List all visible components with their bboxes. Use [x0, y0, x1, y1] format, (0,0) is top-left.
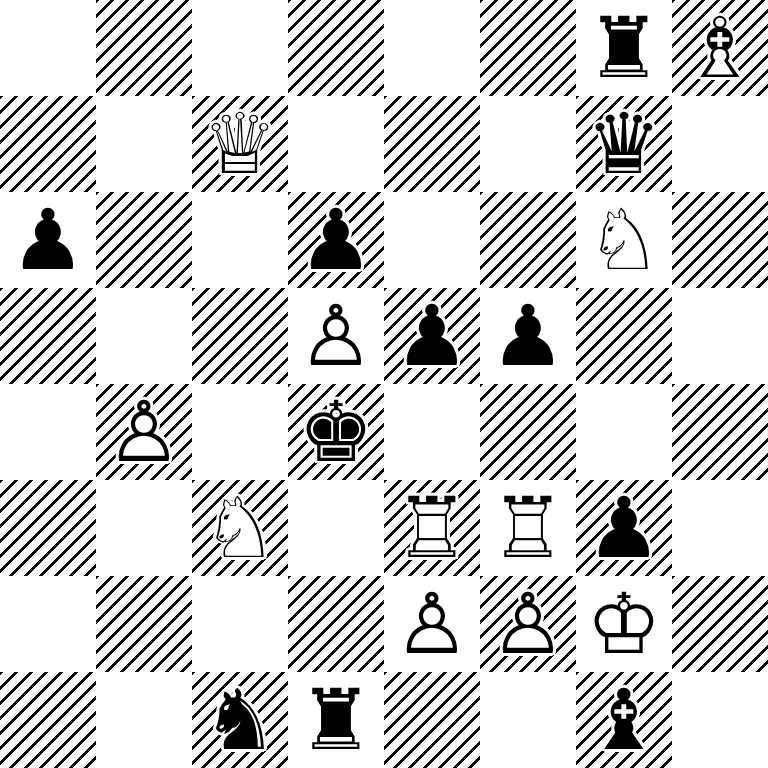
piece-white-pawn-b4[interactable]: ♙ [96, 384, 192, 480]
piece-white-knight-c3[interactable]: ♘ [192, 480, 288, 576]
square-f8[interactable] [480, 0, 576, 96]
piece-white-knight-g6[interactable]: ♘ [576, 192, 672, 288]
square-c5[interactable] [192, 288, 288, 384]
square-h1[interactable] [672, 672, 768, 768]
piece-black-king-d4[interactable]: ♚ [288, 384, 384, 480]
square-d5[interactable]: ♟♙ [288, 288, 384, 384]
square-g4[interactable] [576, 384, 672, 480]
square-b8[interactable] [96, 0, 192, 96]
square-e6[interactable] [384, 192, 480, 288]
piece-black-pawn-d6[interactable]: ♟ [288, 192, 384, 288]
square-c6[interactable] [192, 192, 288, 288]
square-b1[interactable] [96, 672, 192, 768]
square-h3[interactable] [672, 480, 768, 576]
square-g8[interactable]: ♜♜ [576, 0, 672, 96]
square-b5[interactable] [96, 288, 192, 384]
piece-black-pawn-f5[interactable]: ♟ [480, 288, 576, 384]
square-d2[interactable] [288, 576, 384, 672]
square-a5[interactable] [0, 288, 96, 384]
square-f1[interactable] [480, 672, 576, 768]
piece-black-pawn-a6[interactable]: ♟ [0, 192, 96, 288]
square-e3[interactable]: ♜♖ [384, 480, 480, 576]
piece-white-bishop-h8[interactable]: ♗ [672, 0, 768, 96]
square-f3[interactable]: ♜♖ [480, 480, 576, 576]
square-e8[interactable] [384, 0, 480, 96]
piece-white-king-g2[interactable]: ♔ [576, 576, 672, 672]
square-e7[interactable] [384, 96, 480, 192]
square-e4[interactable] [384, 384, 480, 480]
square-d7[interactable] [288, 96, 384, 192]
square-g1[interactable]: ♝♝ [576, 672, 672, 768]
square-g5[interactable] [576, 288, 672, 384]
square-d6[interactable]: ♟♟ [288, 192, 384, 288]
square-f4[interactable] [480, 384, 576, 480]
square-h6[interactable] [672, 192, 768, 288]
square-c3[interactable]: ♞♘ [192, 480, 288, 576]
square-a3[interactable] [0, 480, 96, 576]
square-f7[interactable] [480, 96, 576, 192]
piece-white-rook-e3[interactable]: ♖ [384, 480, 480, 576]
square-e5[interactable]: ♟♟ [384, 288, 480, 384]
piece-white-rook-f3[interactable]: ♖ [480, 480, 576, 576]
square-g7[interactable]: ♛♛ [576, 96, 672, 192]
square-f2[interactable]: ♟♙ [480, 576, 576, 672]
square-b7[interactable] [96, 96, 192, 192]
square-a8[interactable] [0, 0, 96, 96]
square-c7[interactable]: ♛♕ [192, 96, 288, 192]
chess-board: ♜♜♝♗♛♕♛♛♟♟♟♟♞♘♟♙♟♟♟♟♟♙♚♚♞♘♜♖♜♖♟♟♟♙♟♙♚♔♞♞… [0, 0, 768, 768]
piece-black-pawn-e5[interactable]: ♟ [384, 288, 480, 384]
square-b2[interactable] [96, 576, 192, 672]
square-d3[interactable] [288, 480, 384, 576]
square-h5[interactable] [672, 288, 768, 384]
piece-black-bishop-g1[interactable]: ♝ [576, 672, 672, 768]
square-b4[interactable]: ♟♙ [96, 384, 192, 480]
piece-white-pawn-d5[interactable]: ♙ [288, 288, 384, 384]
square-c1[interactable]: ♞♞ [192, 672, 288, 768]
piece-white-queen-c7[interactable]: ♕ [192, 96, 288, 192]
square-a4[interactable] [0, 384, 96, 480]
square-a2[interactable] [0, 576, 96, 672]
square-g2[interactable]: ♚♔ [576, 576, 672, 672]
chess-diagram: ♜♜♝♗♛♕♛♛♟♟♟♟♞♘♟♙♟♟♟♟♟♙♚♚♞♘♜♖♜♖♟♟♟♙♟♙♚♔♞♞… [0, 0, 768, 768]
piece-white-pawn-e2[interactable]: ♙ [384, 576, 480, 672]
square-a7[interactable] [0, 96, 96, 192]
square-a1[interactable] [0, 672, 96, 768]
square-d1[interactable]: ♜♜ [288, 672, 384, 768]
square-h7[interactable] [672, 96, 768, 192]
piece-black-pawn-g3[interactable]: ♟ [576, 480, 672, 576]
square-d8[interactable] [288, 0, 384, 96]
square-d4[interactable]: ♚♚ [288, 384, 384, 480]
square-c8[interactable] [192, 0, 288, 96]
piece-black-queen-g7[interactable]: ♛ [576, 96, 672, 192]
square-c2[interactable] [192, 576, 288, 672]
square-b3[interactable] [96, 480, 192, 576]
square-h4[interactable] [672, 384, 768, 480]
piece-black-knight-c1[interactable]: ♞ [192, 672, 288, 768]
piece-black-rook-d1[interactable]: ♜ [288, 672, 384, 768]
square-e1[interactable] [384, 672, 480, 768]
square-b6[interactable] [96, 192, 192, 288]
square-h2[interactable] [672, 576, 768, 672]
square-e2[interactable]: ♟♙ [384, 576, 480, 672]
square-c4[interactable] [192, 384, 288, 480]
square-f6[interactable] [480, 192, 576, 288]
square-h8[interactable]: ♝♗ [672, 0, 768, 96]
square-f5[interactable]: ♟♟ [480, 288, 576, 384]
square-a6[interactable]: ♟♟ [0, 192, 96, 288]
piece-black-rook-g8[interactable]: ♜ [576, 0, 672, 96]
piece-white-pawn-f2[interactable]: ♙ [480, 576, 576, 672]
square-g6[interactable]: ♞♘ [576, 192, 672, 288]
square-g3[interactable]: ♟♟ [576, 480, 672, 576]
